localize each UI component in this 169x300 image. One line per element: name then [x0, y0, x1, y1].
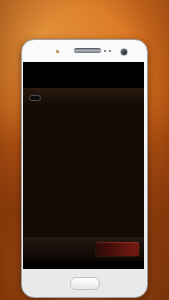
- level-badge: [29, 95, 41, 101]
- file-labels: [28, 228, 144, 237]
- app-screen: [23, 62, 144, 269]
- turn-indicator-badge: [95, 241, 140, 257]
- phone-mockup: [21, 39, 148, 298]
- toolbar: [23, 62, 144, 88]
- opponent-status-bar: [23, 88, 144, 108]
- sensor-dot: [109, 50, 111, 52]
- proximity-sensor-dot: [56, 50, 59, 53]
- front-camera-icon: [120, 48, 128, 56]
- chess-board[interactable]: [28, 108, 144, 228]
- sensor-dot: [104, 50, 106, 52]
- player-status-bar: [23, 237, 144, 261]
- board-area: [23, 108, 144, 237]
- home-button[interactable]: [70, 277, 100, 290]
- earpiece-speaker: [74, 48, 101, 53]
